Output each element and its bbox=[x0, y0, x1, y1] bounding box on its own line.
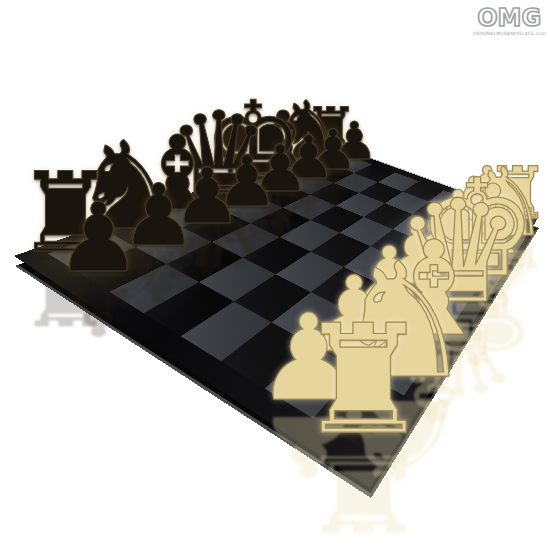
piece-gold-rook-a1[interactable]: ♜ bbox=[296, 305, 431, 455]
omg-logo: OMG ORIGINALMURANOGLASS.com bbox=[472, 6, 546, 36]
omg-logo-text: OMG bbox=[472, 6, 546, 30]
piece-black-pawn-a7[interactable]: ♟ bbox=[56, 190, 142, 286]
product-photo-scene: ♜♜♞♞♝♝♛♛♚♚♝♝♞♞♜♜♟♟♟♟♟♟♟♟♟♟♟♟♟♟♟♟♟♟♟♟♟♟♟♟… bbox=[0, 0, 550, 550]
omg-logo-subtext: ORIGINALMURANOGLASS.com bbox=[472, 32, 546, 37]
